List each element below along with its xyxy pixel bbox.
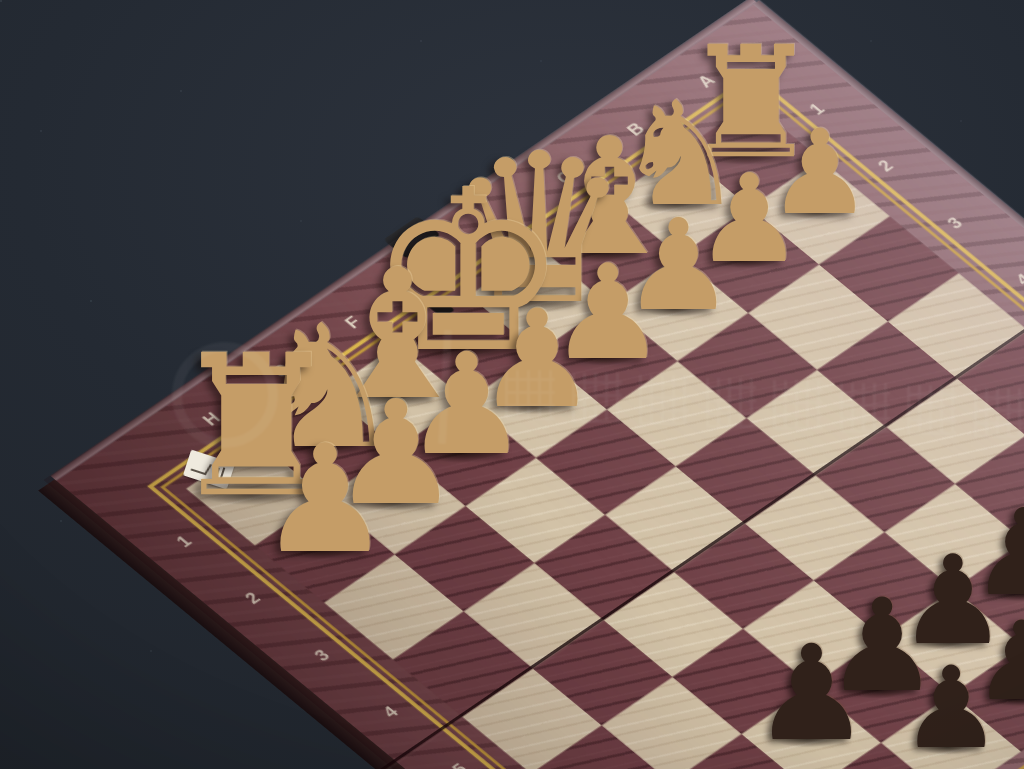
- rank-label-far-2: 2: [875, 157, 899, 176]
- rank-label-far-3: 3: [944, 214, 968, 233]
- rank-label-near-5: 5: [449, 761, 473, 769]
- rank-label-near-2: 2: [242, 590, 266, 609]
- piece-black-pawn-f7[interactable]: ♟: [752, 628, 870, 760]
- rank-label-far-4: 4: [1013, 271, 1024, 290]
- photo-stage: HH11GG22FF33EE44DD55CC66BB77AA88 ♜♞♝♛♚♝♞…: [0, 0, 1024, 769]
- rank-label-near-3: 3: [311, 647, 335, 666]
- rank-label-near-4: 4: [380, 704, 404, 723]
- piece-black-unidentified-e8[interactable]: ♟: [900, 652, 1001, 765]
- dust-speckles: [0, 0, 2, 2]
- piece-white-pawn-h2[interactable]: ♟: [258, 425, 392, 574]
